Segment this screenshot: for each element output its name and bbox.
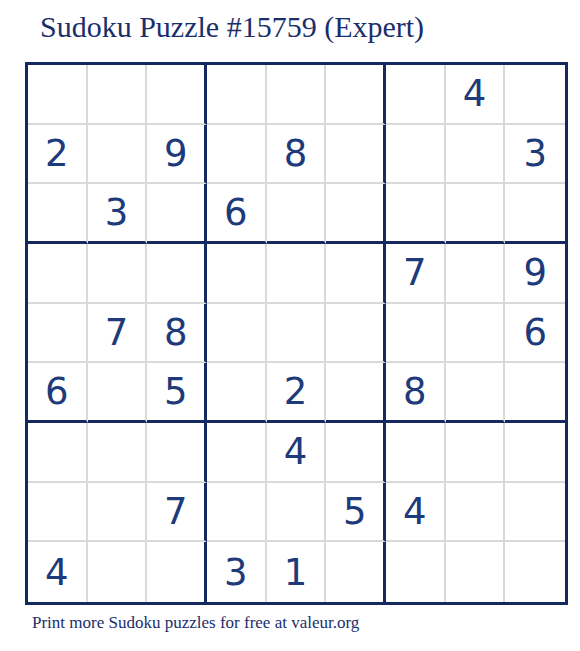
cell-r1c7 — [386, 65, 446, 125]
cell-r7c1 — [28, 423, 88, 483]
cell-r9c9 — [505, 542, 565, 602]
cell-r7c7 — [386, 423, 446, 483]
cell-r2c6 — [326, 125, 386, 185]
sudoku-page: Sudoku Puzzle #15759 (Expert) 4298336797… — [0, 0, 580, 651]
cell-r5c6 — [326, 304, 386, 364]
cell-r4c3 — [147, 244, 207, 304]
cell-r8c3: 7 — [147, 483, 207, 543]
cell-r8c4 — [207, 483, 267, 543]
cell-r4c4 — [207, 244, 267, 304]
cell-r1c1 — [28, 65, 88, 125]
cell-r3c5 — [267, 184, 327, 244]
cell-r4c9: 9 — [505, 244, 565, 304]
cell-r7c5: 4 — [267, 423, 327, 483]
cell-r6c9 — [505, 363, 565, 423]
cell-r3c8 — [446, 184, 506, 244]
cell-r7c4 — [207, 423, 267, 483]
cell-r4c2 — [88, 244, 148, 304]
cell-r2c3: 9 — [147, 125, 207, 185]
cell-r6c3: 5 — [147, 363, 207, 423]
cell-r5c8 — [446, 304, 506, 364]
cell-r8c1 — [28, 483, 88, 543]
cell-r1c4 — [207, 65, 267, 125]
cell-r1c8: 4 — [446, 65, 506, 125]
cell-r3c2: 3 — [88, 184, 148, 244]
cell-r1c2 — [88, 65, 148, 125]
cell-r6c5: 2 — [267, 363, 327, 423]
cell-r2c4 — [207, 125, 267, 185]
cell-r7c6 — [326, 423, 386, 483]
cell-r8c9 — [505, 483, 565, 543]
cell-r5c1 — [28, 304, 88, 364]
cell-r7c8 — [446, 423, 506, 483]
cell-r3c6 — [326, 184, 386, 244]
cell-r1c3 — [147, 65, 207, 125]
cell-r2c1: 2 — [28, 125, 88, 185]
cell-r1c9 — [505, 65, 565, 125]
cell-r8c5 — [267, 483, 327, 543]
cell-r2c2 — [88, 125, 148, 185]
cell-r6c2 — [88, 363, 148, 423]
cell-r6c4 — [207, 363, 267, 423]
cell-r1c5 — [267, 65, 327, 125]
cell-r9c4: 3 — [207, 542, 267, 602]
cell-r3c1 — [28, 184, 88, 244]
cell-r7c2 — [88, 423, 148, 483]
cell-r3c7 — [386, 184, 446, 244]
cell-r2c9: 3 — [505, 125, 565, 185]
cell-r9c5: 1 — [267, 542, 327, 602]
cell-r8c6: 5 — [326, 483, 386, 543]
cell-r5c2: 7 — [88, 304, 148, 364]
cell-r6c1: 6 — [28, 363, 88, 423]
cell-r5c7 — [386, 304, 446, 364]
sudoku-board: 42983367978665284754431 — [25, 62, 568, 605]
cell-r9c6 — [326, 542, 386, 602]
cell-r2c8 — [446, 125, 506, 185]
cell-r6c8 — [446, 363, 506, 423]
cell-r6c7: 8 — [386, 363, 446, 423]
cell-r4c6 — [326, 244, 386, 304]
page-title: Sudoku Puzzle #15759 (Expert) — [40, 10, 424, 44]
cell-r5c9: 6 — [505, 304, 565, 364]
cell-r9c7 — [386, 542, 446, 602]
footer-text: Print more Sudoku puzzles for free at va… — [32, 613, 359, 633]
cell-r9c1: 4 — [28, 542, 88, 602]
cell-r4c1 — [28, 244, 88, 304]
cell-r3c3 — [147, 184, 207, 244]
cell-r4c8 — [446, 244, 506, 304]
cell-r8c2 — [88, 483, 148, 543]
cell-r1c6 — [326, 65, 386, 125]
cell-r4c5 — [267, 244, 327, 304]
cell-r5c3: 8 — [147, 304, 207, 364]
cell-r5c4 — [207, 304, 267, 364]
cell-r9c3 — [147, 542, 207, 602]
cell-r6c6 — [326, 363, 386, 423]
cell-r7c9 — [505, 423, 565, 483]
cell-r3c9 — [505, 184, 565, 244]
cell-r7c3 — [147, 423, 207, 483]
cell-r9c8 — [446, 542, 506, 602]
cell-r3c4: 6 — [207, 184, 267, 244]
cell-r4c7: 7 — [386, 244, 446, 304]
cell-r2c5: 8 — [267, 125, 327, 185]
cell-r5c5 — [267, 304, 327, 364]
cell-r9c2 — [88, 542, 148, 602]
cell-r8c7: 4 — [386, 483, 446, 543]
cell-r2c7 — [386, 125, 446, 185]
cell-r8c8 — [446, 483, 506, 543]
